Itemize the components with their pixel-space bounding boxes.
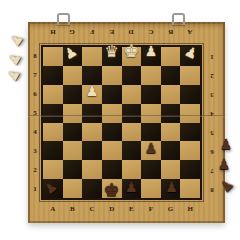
square-b2[interactable] xyxy=(63,160,83,179)
square-b1[interactable] xyxy=(63,179,83,198)
square-h7[interactable] xyxy=(180,66,200,85)
coord-left-8: 8 xyxy=(33,53,37,60)
square-c4[interactable] xyxy=(82,123,102,142)
coord-top-B: B xyxy=(168,28,173,35)
piece-black-pawn-g1[interactable]: ♟ xyxy=(165,181,178,195)
coord-right-6: 6 xyxy=(210,147,214,154)
coord-right-3: 3 xyxy=(210,91,214,98)
square-d3[interactable] xyxy=(102,141,122,160)
square-b5[interactable] xyxy=(63,104,83,123)
piece-black-king-d1[interactable]: ♚ xyxy=(104,181,120,199)
offboard-piece-black-pawn-5[interactable]: ♟ xyxy=(218,158,231,172)
square-b6[interactable] xyxy=(63,85,83,104)
square-a2[interactable] xyxy=(43,160,63,179)
metal-clasp-icon xyxy=(172,13,185,25)
coord-top-G: G xyxy=(70,28,75,35)
square-f2[interactable] xyxy=(141,160,161,179)
square-h4[interactable] xyxy=(180,123,200,142)
coord-bottom-H: H xyxy=(187,206,192,213)
offboard-piece-white-pawn-2[interactable]: ♟ xyxy=(6,50,24,68)
coord-top-D: D xyxy=(129,28,134,35)
square-a3[interactable] xyxy=(43,141,63,160)
coord-top-C: C xyxy=(148,28,153,35)
coord-left-4: 4 xyxy=(33,128,37,135)
square-f6[interactable] xyxy=(141,85,161,104)
coord-bottom-D: D xyxy=(109,206,114,213)
playing-area xyxy=(41,45,202,200)
square-c5[interactable] xyxy=(82,104,102,123)
square-b4[interactable] xyxy=(63,123,83,142)
square-a5[interactable] xyxy=(43,104,63,123)
coord-bottom-F: F xyxy=(149,206,153,213)
square-h5[interactable] xyxy=(180,104,200,123)
coord-bottom-C: C xyxy=(90,206,95,213)
chess-set-photo: HGFEDCBAABCDEFGH8765432112345678♟♛♚♟♟♟♟♟… xyxy=(0,0,240,240)
square-h3[interactable] xyxy=(180,141,200,160)
piece-black-pawn-e1[interactable]: ♟ xyxy=(125,181,138,195)
coord-left-1: 1 xyxy=(33,185,37,192)
square-g4[interactable] xyxy=(161,123,181,142)
coord-left-3: 3 xyxy=(33,147,37,154)
piece-white-pawn-c6[interactable]: ♟ xyxy=(86,85,99,99)
coord-top-F: F xyxy=(90,28,94,35)
coord-right-8: 8 xyxy=(210,185,214,192)
square-f4[interactable] xyxy=(141,123,161,142)
square-e7[interactable] xyxy=(122,66,142,85)
square-c3[interactable] xyxy=(82,141,102,160)
square-f5[interactable] xyxy=(141,104,161,123)
square-a8[interactable] xyxy=(43,47,63,66)
coord-top-H: H xyxy=(50,28,55,35)
square-c8[interactable] xyxy=(82,47,102,66)
square-a7[interactable] xyxy=(43,66,63,85)
coord-left-7: 7 xyxy=(33,72,37,79)
square-g3[interactable] xyxy=(161,141,181,160)
coord-left-5: 5 xyxy=(33,110,37,117)
piece-white-queen-d8[interactable]: ♛ xyxy=(105,45,119,61)
square-d7[interactable] xyxy=(102,66,122,85)
square-b7[interactable] xyxy=(63,66,83,85)
coord-right-1: 1 xyxy=(210,53,214,60)
offboard-piece-black-pawn-4[interactable]: ♟ xyxy=(220,138,233,152)
square-h2[interactable] xyxy=(180,160,200,179)
square-e4[interactable] xyxy=(122,123,142,142)
coord-right-5: 5 xyxy=(210,128,214,135)
offboard-piece-white-pawn-3[interactable]: ♟ xyxy=(5,66,23,84)
coord-right-7: 7 xyxy=(210,166,214,173)
square-e3[interactable] xyxy=(122,141,142,160)
square-a6[interactable] xyxy=(43,85,63,104)
square-d6[interactable] xyxy=(102,85,122,104)
square-g5[interactable] xyxy=(161,104,181,123)
coord-top-E: E xyxy=(109,28,114,35)
square-e5[interactable] xyxy=(122,104,142,123)
square-d2[interactable] xyxy=(102,160,122,179)
chess-board: HGFEDCBAABCDEFGH8765432112345678♟♛♚♟♟♟♟♟… xyxy=(28,22,225,223)
square-a4[interactable] xyxy=(43,123,63,142)
square-c7[interactable] xyxy=(82,66,102,85)
square-f1[interactable] xyxy=(141,179,161,198)
square-g8[interactable] xyxy=(161,47,181,66)
piece-white-pawn-f8[interactable]: ♟ xyxy=(145,46,158,60)
piece-black-pawn-f3[interactable]: ♟ xyxy=(145,142,158,156)
coord-left-6: 6 xyxy=(33,91,37,98)
piece-white-king-e8[interactable]: ♚ xyxy=(123,43,139,61)
square-b3[interactable] xyxy=(63,141,83,160)
coord-top-A: A xyxy=(188,28,193,35)
square-h1[interactable] xyxy=(180,179,200,198)
coord-bottom-E: E xyxy=(129,206,134,213)
square-h6[interactable] xyxy=(180,85,200,104)
coord-bottom-G: G xyxy=(168,206,173,213)
square-e2[interactable] xyxy=(122,160,142,179)
coord-left-2: 2 xyxy=(33,166,37,173)
square-e6[interactable] xyxy=(122,85,142,104)
coord-right-4: 4 xyxy=(210,110,214,117)
coord-bottom-A: A xyxy=(50,206,55,213)
square-g7[interactable] xyxy=(161,66,181,85)
square-f7[interactable] xyxy=(141,66,161,85)
square-d4[interactable] xyxy=(102,123,122,142)
square-c1[interactable] xyxy=(82,179,102,198)
coord-bottom-B: B xyxy=(70,206,75,213)
offboard-piece-white-pawn-1[interactable]: ♟ xyxy=(8,31,27,49)
square-g2[interactable] xyxy=(161,160,181,179)
metal-clasp-icon xyxy=(57,13,70,25)
square-c2[interactable] xyxy=(82,160,102,179)
square-d5[interactable] xyxy=(102,104,122,123)
coord-right-2: 2 xyxy=(210,72,214,79)
square-g6[interactable] xyxy=(161,85,181,104)
